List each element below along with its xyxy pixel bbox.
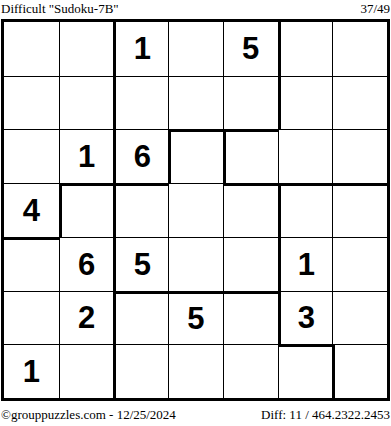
header: Difficult "Sudoku-7B" 37/49 — [1, 1, 390, 17]
puzzle-page: Difficult "Sudoku-7B" 37/49 151646512531… — [0, 0, 391, 426]
cell-r4c4[interactable] — [168, 183, 223, 237]
sudoku-board: 151646512531 — [1, 19, 390, 401]
cell-r4c1[interactable]: 4 — [4, 183, 59, 237]
cell-r5c7[interactable] — [332, 237, 387, 291]
cell-r3c1[interactable] — [4, 129, 59, 183]
cell-r4c3[interactable] — [113, 183, 168, 237]
given-digit: 1 — [298, 249, 315, 280]
cell-r4c7[interactable] — [332, 183, 387, 237]
given-digit: 5 — [134, 249, 151, 280]
cell-r5c4[interactable] — [168, 237, 223, 291]
cell-r6c2[interactable]: 2 — [59, 291, 114, 345]
given-digit: 1 — [23, 356, 40, 387]
difficulty-rating: Diff: 11 / 464.2322.2453 — [261, 407, 390, 423]
given-digit: 5 — [187, 303, 204, 334]
cell-r3c7[interactable] — [332, 129, 387, 183]
cell-r1c3[interactable]: 1 — [113, 22, 168, 76]
cell-r1c4[interactable] — [168, 22, 223, 76]
cell-r5c1[interactable] — [4, 237, 59, 291]
cell-r1c6[interactable] — [278, 22, 333, 76]
cell-r1c7[interactable] — [332, 22, 387, 76]
cell-r7c3[interactable] — [113, 344, 168, 398]
cell-r7c4[interactable] — [168, 344, 223, 398]
cell-r6c5[interactable] — [223, 291, 278, 345]
given-digit: 4 — [23, 195, 40, 226]
cell-r1c1[interactable] — [4, 22, 59, 76]
cell-r3c4[interactable] — [168, 129, 223, 183]
copyright-date: ©grouppuzzles.com - 12/25/2024 — [1, 407, 176, 423]
cell-r2c1[interactable] — [4, 76, 59, 130]
cells-remaining-counter: 37/49 — [360, 1, 390, 17]
cell-r2c4[interactable] — [168, 76, 223, 130]
cell-r7c2[interactable] — [59, 344, 114, 398]
cell-r7c5[interactable] — [223, 344, 278, 398]
cell-r1c5[interactable]: 5 — [223, 22, 278, 76]
cell-r3c5[interactable] — [223, 129, 278, 183]
cell-r5c3[interactable]: 5 — [113, 237, 168, 291]
given-digit: 1 — [78, 141, 95, 172]
cell-r4c6[interactable] — [278, 183, 333, 237]
given-digit: 6 — [78, 249, 95, 280]
given-digit: 3 — [298, 302, 315, 333]
cell-r6c4[interactable]: 5 — [168, 291, 223, 345]
cell-r2c6[interactable] — [278, 76, 333, 130]
cell-r6c7[interactable] — [332, 291, 387, 345]
cell-r2c2[interactable] — [59, 76, 114, 130]
puzzle-title: Difficult "Sudoku-7B" — [1, 1, 119, 17]
given-digit: 5 — [242, 33, 259, 64]
given-digit: 1 — [134, 33, 151, 64]
cell-r7c7[interactable] — [332, 344, 387, 398]
cell-r2c7[interactable] — [332, 76, 387, 130]
cell-r7c6[interactable] — [278, 344, 333, 398]
cell-r6c1[interactable] — [4, 291, 59, 345]
cell-r2c5[interactable] — [223, 76, 278, 130]
cell-r5c5[interactable] — [223, 237, 278, 291]
cell-r1c2[interactable] — [59, 22, 114, 76]
cell-r3c3[interactable]: 6 — [113, 129, 168, 183]
cell-r2c3[interactable] — [113, 76, 168, 130]
cell-r5c2[interactable]: 6 — [59, 237, 114, 291]
cell-r7c1[interactable]: 1 — [4, 344, 59, 398]
cell-r4c5[interactable] — [223, 183, 278, 237]
cell-r6c6[interactable]: 3 — [278, 291, 333, 345]
footer: ©grouppuzzles.com - 12/25/2024 Diff: 11 … — [1, 407, 390, 423]
given-digit: 2 — [78, 302, 95, 333]
cell-r6c3[interactable] — [113, 291, 168, 345]
cell-r5c6[interactable]: 1 — [278, 237, 333, 291]
cell-r4c2[interactable] — [59, 183, 114, 237]
given-digit: 6 — [134, 141, 151, 172]
cell-r3c2[interactable]: 1 — [59, 129, 114, 183]
cell-r3c6[interactable] — [278, 129, 333, 183]
